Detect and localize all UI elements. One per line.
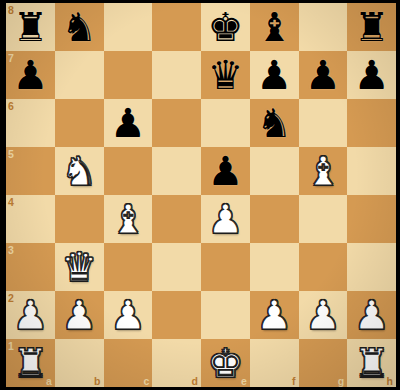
square-f4[interactable] [250, 195, 299, 243]
square-f6[interactable]: ♞ [250, 99, 299, 147]
square-h6[interactable] [347, 99, 396, 147]
chess-board: 8♜♞♚♝♜7♟♛♟♟♟6♟♞5♞♟♝4♝♟3♛2♟♟♟♟♟♟1a♜bcde♚f… [6, 3, 396, 387]
white-pawn[interactable]: ♟ [110, 295, 146, 335]
square-g7[interactable]: ♟ [299, 51, 348, 99]
square-a6[interactable]: 6 [6, 99, 55, 147]
square-g6[interactable] [299, 99, 348, 147]
square-a7[interactable]: 7♟ [6, 51, 55, 99]
black-pawn[interactable]: ♟ [305, 55, 341, 95]
square-h8[interactable]: ♜ [347, 3, 396, 51]
square-a4[interactable]: 4 [6, 195, 55, 243]
square-b7[interactable] [55, 51, 104, 99]
square-g3[interactable] [299, 243, 348, 291]
square-c8[interactable] [104, 3, 153, 51]
square-e8[interactable]: ♚ [201, 3, 250, 51]
white-pawn[interactable]: ♟ [305, 295, 341, 335]
white-pawn[interactable]: ♟ [61, 295, 97, 335]
square-d5[interactable] [152, 147, 201, 195]
square-b8[interactable]: ♞ [55, 3, 104, 51]
square-a3[interactable]: 3 [6, 243, 55, 291]
square-e2[interactable] [201, 291, 250, 339]
black-rook[interactable]: ♜ [354, 7, 390, 47]
square-b2[interactable]: ♟ [55, 291, 104, 339]
square-d8[interactable] [152, 3, 201, 51]
square-e3[interactable] [201, 243, 250, 291]
file-label-g: g [338, 376, 344, 387]
file-label-b: b [94, 376, 100, 387]
square-h4[interactable] [347, 195, 396, 243]
square-e7[interactable]: ♛ [201, 51, 250, 99]
square-f5[interactable] [250, 147, 299, 195]
white-rook[interactable]: ♜ [354, 343, 390, 383]
square-f8[interactable]: ♝ [250, 3, 299, 51]
square-f1[interactable]: f [250, 339, 299, 387]
square-c7[interactable] [104, 51, 153, 99]
black-pawn[interactable]: ♟ [110, 103, 146, 143]
white-pawn[interactable]: ♟ [256, 295, 292, 335]
square-g4[interactable] [299, 195, 348, 243]
square-h2[interactable]: ♟ [347, 291, 396, 339]
square-c6[interactable]: ♟ [104, 99, 153, 147]
square-b1[interactable]: b [55, 339, 104, 387]
rank-label-3: 3 [8, 245, 14, 256]
white-bishop[interactable]: ♝ [110, 199, 146, 239]
square-f3[interactable] [250, 243, 299, 291]
square-g1[interactable]: g [299, 339, 348, 387]
white-pawn[interactable]: ♟ [207, 199, 243, 239]
square-d1[interactable]: d [152, 339, 201, 387]
black-queen[interactable]: ♛ [207, 55, 243, 95]
square-a2[interactable]: 2♟ [6, 291, 55, 339]
square-e1[interactable]: e♚ [201, 339, 250, 387]
square-b5[interactable]: ♞ [55, 147, 104, 195]
square-e4[interactable]: ♟ [201, 195, 250, 243]
white-queen[interactable]: ♛ [61, 247, 97, 287]
black-king[interactable]: ♚ [207, 7, 243, 47]
white-pawn[interactable]: ♟ [354, 295, 390, 335]
square-a1[interactable]: 1a♜ [6, 339, 55, 387]
black-pawn[interactable]: ♟ [256, 55, 292, 95]
square-c5[interactable] [104, 147, 153, 195]
rank-label-5: 5 [8, 149, 14, 160]
square-d4[interactable] [152, 195, 201, 243]
square-d7[interactable] [152, 51, 201, 99]
square-h3[interactable] [347, 243, 396, 291]
file-label-d: d [192, 376, 198, 387]
file-label-c: c [143, 376, 149, 387]
white-knight[interactable]: ♞ [61, 151, 97, 191]
square-b4[interactable] [55, 195, 104, 243]
square-c1[interactable]: c [104, 339, 153, 387]
square-f2[interactable]: ♟ [250, 291, 299, 339]
square-d6[interactable] [152, 99, 201, 147]
black-rook[interactable]: ♜ [12, 7, 48, 47]
square-h5[interactable] [347, 147, 396, 195]
white-bishop[interactable]: ♝ [305, 151, 341, 191]
white-rook[interactable]: ♜ [12, 343, 48, 383]
black-pawn[interactable]: ♟ [354, 55, 390, 95]
square-c3[interactable] [104, 243, 153, 291]
black-pawn[interactable]: ♟ [12, 55, 48, 95]
square-a5[interactable]: 5 [6, 147, 55, 195]
video-frame: 8♜♞♚♝♜7♟♛♟♟♟6♟♞5♞♟♝4♝♟3♛2♟♟♟♟♟♟1a♜bcde♚f… [0, 0, 400, 390]
square-c2[interactable]: ♟ [104, 291, 153, 339]
rank-label-4: 4 [8, 197, 14, 208]
square-d2[interactable] [152, 291, 201, 339]
square-g2[interactable]: ♟ [299, 291, 348, 339]
rank-label-6: 6 [8, 101, 14, 112]
square-b3[interactable]: ♛ [55, 243, 104, 291]
square-b6[interactable] [55, 99, 104, 147]
square-c4[interactable]: ♝ [104, 195, 153, 243]
black-knight[interactable]: ♞ [256, 103, 292, 143]
white-pawn[interactable]: ♟ [12, 295, 48, 335]
square-e5[interactable]: ♟ [201, 147, 250, 195]
square-g5[interactable]: ♝ [299, 147, 348, 195]
file-label-f: f [292, 376, 296, 387]
square-h1[interactable]: h♜ [347, 339, 396, 387]
square-g8[interactable] [299, 3, 348, 51]
square-a8[interactable]: 8♜ [6, 3, 55, 51]
white-king[interactable]: ♚ [207, 343, 243, 383]
square-h7[interactable]: ♟ [347, 51, 396, 99]
black-bishop[interactable]: ♝ [256, 7, 292, 47]
square-d3[interactable] [152, 243, 201, 291]
black-pawn[interactable]: ♟ [207, 151, 243, 191]
square-e6[interactable] [201, 99, 250, 147]
square-f7[interactable]: ♟ [250, 51, 299, 99]
black-knight[interactable]: ♞ [61, 7, 97, 47]
